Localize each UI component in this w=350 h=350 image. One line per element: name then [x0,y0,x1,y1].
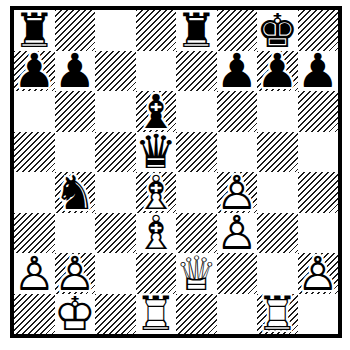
piece-black-pawn-g7: ♟♟ [257,51,298,92]
square-h6[interactable] [298,91,339,132]
square-b4[interactable]: ♞♞ [55,172,96,213]
square-h7[interactable]: ♟♟ [298,51,339,92]
square-g5[interactable] [257,132,298,173]
square-c6[interactable] [95,91,136,132]
piece-white-queen-e2: ♛♕ [176,253,217,294]
piece-white-pawn-a2: ♟♙ [14,253,55,294]
white-bishop-icon: ♗ [136,213,177,254]
piece-black-pawn-f7: ♟♟ [217,51,258,92]
white-pawn-icon: ♙ [14,253,55,294]
board-frame: ♜♜♜♜♚♚♟♟♟♟♟♟♟♟♟♟♝♝♛♛♞♞♝♗♟♙♝♗♟♙♟♙♟♙♛♕♟♙♚♔… [10,6,342,338]
square-b7[interactable]: ♟♟ [55,51,96,92]
square-c8[interactable] [95,10,136,51]
black-pawn-icon: ♟ [298,51,339,92]
white-king-icon: ♔ [55,294,96,335]
white-queen-icon: ♕ [176,253,217,294]
square-d8[interactable] [136,10,177,51]
square-g1[interactable]: ♜♖ [257,294,298,335]
black-pawn-icon: ♟ [14,51,55,92]
white-rook-icon: ♖ [136,294,177,335]
square-a6[interactable] [14,91,55,132]
square-e8[interactable]: ♜♜ [176,10,217,51]
black-knight-icon: ♞ [55,172,96,213]
chess-board: ♜♜♜♜♚♚♟♟♟♟♟♟♟♟♟♟♝♝♛♛♞♞♝♗♟♙♝♗♟♙♟♙♟♙♛♕♟♙♚♔… [14,10,338,334]
square-e2[interactable]: ♛♕ [176,253,217,294]
square-a5[interactable] [14,132,55,173]
piece-white-king-b1: ♚♔ [55,294,96,335]
piece-white-bishop-d3: ♝♗ [136,213,177,254]
black-rook-icon: ♜ [176,10,217,51]
piece-black-pawn-h7: ♟♟ [298,51,339,92]
square-e1[interactable] [176,294,217,335]
square-d1[interactable]: ♜♖ [136,294,177,335]
chess-diagram-page: ♜♜♜♜♚♚♟♟♟♟♟♟♟♟♟♟♝♝♛♛♞♞♝♗♟♙♝♗♟♙♟♙♟♙♛♕♟♙♚♔… [0,0,350,350]
piece-white-pawn-f3: ♟♙ [217,213,258,254]
piece-white-rook-g1: ♜♖ [257,294,298,335]
piece-black-knight-b4: ♞♞ [55,172,96,213]
square-e5[interactable] [176,132,217,173]
square-f7[interactable]: ♟♟ [217,51,258,92]
square-f2[interactable] [217,253,258,294]
piece-white-pawn-h2: ♟♙ [298,253,339,294]
black-pawn-icon: ♟ [217,51,258,92]
white-rook-icon: ♖ [257,294,298,335]
square-g3[interactable] [257,213,298,254]
square-g6[interactable] [257,91,298,132]
square-h2[interactable]: ♟♙ [298,253,339,294]
square-h1[interactable] [298,294,339,335]
square-g7[interactable]: ♟♟ [257,51,298,92]
square-a7[interactable]: ♟♟ [14,51,55,92]
square-d3[interactable]: ♝♗ [136,213,177,254]
square-a4[interactable] [14,172,55,213]
piece-black-rook-e8: ♜♜ [176,10,217,51]
square-h4[interactable] [298,172,339,213]
square-c2[interactable] [95,253,136,294]
square-a1[interactable] [14,294,55,335]
square-c5[interactable] [95,132,136,173]
piece-white-rook-d1: ♜♖ [136,294,177,335]
white-pawn-icon: ♙ [217,213,258,254]
square-c1[interactable] [95,294,136,335]
black-pawn-icon: ♟ [55,51,96,92]
square-f1[interactable] [217,294,258,335]
white-pawn-icon: ♙ [298,253,339,294]
square-c3[interactable] [95,213,136,254]
square-b1[interactable]: ♚♔ [55,294,96,335]
square-h5[interactable] [298,132,339,173]
square-e4[interactable] [176,172,217,213]
square-c7[interactable] [95,51,136,92]
square-g4[interactable] [257,172,298,213]
square-f3[interactable]: ♟♙ [217,213,258,254]
piece-black-pawn-b7: ♟♟ [55,51,96,92]
square-b6[interactable] [55,91,96,132]
square-c4[interactable] [95,172,136,213]
square-e7[interactable] [176,51,217,92]
square-e6[interactable] [176,91,217,132]
piece-black-pawn-a7: ♟♟ [14,51,55,92]
black-pawn-icon: ♟ [257,51,298,92]
square-f6[interactable] [217,91,258,132]
square-a2[interactable]: ♟♙ [14,253,55,294]
